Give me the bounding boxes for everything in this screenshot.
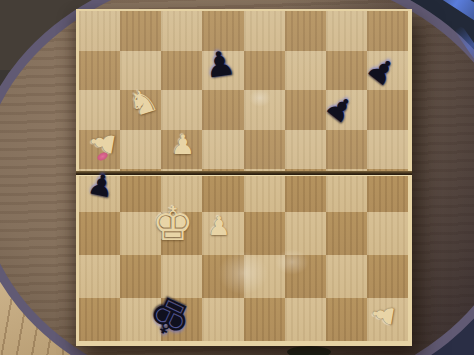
square-e2[interactable] bbox=[244, 255, 285, 298]
square-e3[interactable] bbox=[244, 212, 285, 255]
square-g3[interactable] bbox=[326, 212, 367, 255]
square-f8[interactable] bbox=[285, 11, 326, 51]
square-d5[interactable] bbox=[202, 130, 243, 170]
white-pawn-d3[interactable]: ♟ bbox=[207, 213, 230, 239]
dark-object-below-board bbox=[287, 346, 331, 355]
square-b2[interactable] bbox=[120, 255, 161, 298]
square-a3[interactable] bbox=[79, 212, 120, 255]
square-a8[interactable] bbox=[79, 11, 120, 51]
square-h5[interactable] bbox=[367, 130, 408, 170]
square-f5[interactable] bbox=[285, 130, 326, 170]
black-pawn-d7[interactable]: ♟ bbox=[202, 45, 237, 83]
chess-board: ♟♟♟♞♟♟♟♚♟♚♟ bbox=[76, 9, 412, 346]
white-king-c3[interactable]: ♚ bbox=[152, 199, 194, 246]
square-f7[interactable] bbox=[285, 51, 326, 91]
square-h2[interactable] bbox=[367, 255, 408, 298]
square-d6[interactable] bbox=[202, 90, 243, 130]
square-e7[interactable] bbox=[244, 51, 285, 91]
square-c6[interactable] bbox=[161, 90, 202, 130]
square-g8[interactable] bbox=[326, 11, 367, 51]
board-grid: ♟♟♟♞♟♟♟♚♟♚♟ bbox=[79, 11, 408, 341]
square-f1[interactable] bbox=[285, 298, 326, 341]
square-a6[interactable] bbox=[79, 90, 120, 130]
square-d1[interactable] bbox=[202, 298, 243, 341]
square-b8[interactable] bbox=[120, 11, 161, 51]
square-f6[interactable] bbox=[285, 90, 326, 130]
white-pawn-c5[interactable]: ♟ bbox=[171, 131, 195, 158]
square-c7[interactable] bbox=[161, 51, 202, 91]
square-h3[interactable] bbox=[367, 212, 408, 255]
black-pawn-a4[interactable]: ♟ bbox=[85, 169, 116, 203]
square-b5[interactable] bbox=[120, 130, 161, 170]
square-e8[interactable] bbox=[244, 11, 285, 51]
square-a1[interactable] bbox=[79, 298, 120, 341]
square-e1[interactable] bbox=[244, 298, 285, 341]
square-d2[interactable] bbox=[202, 255, 243, 298]
square-h8[interactable] bbox=[367, 11, 408, 51]
square-h6[interactable] bbox=[367, 90, 408, 130]
square-g2[interactable] bbox=[326, 255, 367, 298]
square-g5[interactable] bbox=[326, 130, 367, 170]
square-c8[interactable] bbox=[161, 11, 202, 51]
square-e5[interactable] bbox=[244, 130, 285, 170]
square-f2[interactable] bbox=[285, 255, 326, 298]
square-g1[interactable] bbox=[326, 298, 367, 341]
square-g7[interactable] bbox=[326, 51, 367, 91]
square-e6[interactable] bbox=[244, 90, 285, 130]
square-a2[interactable] bbox=[79, 255, 120, 298]
board-hinge-seam bbox=[76, 171, 412, 176]
white-pawn-h1[interactable]: ♟ bbox=[368, 300, 399, 329]
square-a7[interactable] bbox=[79, 51, 120, 91]
square-f3[interactable] bbox=[285, 212, 326, 255]
